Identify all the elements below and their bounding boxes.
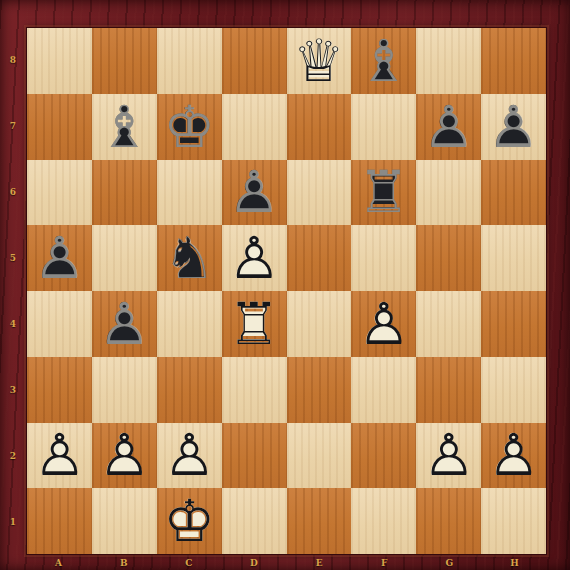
square-c8[interactable] [157, 28, 222, 94]
piece-outline-glyph: ♙ [481, 94, 546, 160]
square-d8[interactable] [222, 28, 287, 94]
square-c1[interactable]: ♚♔ [157, 488, 222, 554]
square-b5[interactable] [92, 225, 157, 291]
piece-outline-glyph: ♘ [157, 225, 222, 291]
rank-labels: 87654321 [0, 27, 26, 555]
square-f2[interactable] [351, 423, 416, 489]
piece-outline-glyph: ♙ [222, 225, 287, 291]
black-rook-piece: ♜♖ [351, 160, 416, 226]
piece-outline-glyph: ♙ [351, 291, 416, 357]
square-d5[interactable]: ♟♙ [222, 225, 287, 291]
rank-label-8: 8 [0, 27, 26, 93]
piece-fill-glyph: ♟ [157, 423, 222, 489]
square-a2[interactable]: ♟♙ [27, 423, 92, 489]
square-h1[interactable] [481, 488, 546, 554]
piece-outline-glyph: ♔ [157, 94, 222, 160]
piece-outline-glyph: ♖ [222, 291, 287, 357]
rank-label-1: 1 [0, 489, 26, 555]
square-e2[interactable] [287, 423, 352, 489]
black-knight-piece: ♞♘ [157, 225, 222, 291]
square-b3[interactable] [92, 357, 157, 423]
square-f3[interactable] [351, 357, 416, 423]
square-f7[interactable] [351, 94, 416, 160]
square-c2[interactable]: ♟♙ [157, 423, 222, 489]
square-d1[interactable] [222, 488, 287, 554]
rank-label-4: 4 [0, 291, 26, 357]
chessboard-app: ♛♕♝♗♝♗♚♔♟♙♟♙♟♙♜♖♟♙♞♘♟♙♟♙♜♖♟♙♟♙♟♙♟♙♟♙♟♙♚♔… [0, 0, 570, 570]
piece-outline-glyph: ♙ [157, 423, 222, 489]
piece-fill-glyph: ♟ [351, 291, 416, 357]
piece-outline-glyph: ♙ [92, 423, 157, 489]
square-g8[interactable] [416, 28, 481, 94]
black-bishop-piece: ♝♗ [92, 94, 157, 160]
square-e6[interactable] [287, 160, 352, 226]
piece-outline-glyph: ♙ [481, 423, 546, 489]
square-h3[interactable] [481, 357, 546, 423]
piece-outline-glyph: ♙ [416, 423, 481, 489]
white-queen-piece: ♛♕ [287, 28, 352, 94]
square-b7[interactable]: ♝♗ [92, 94, 157, 160]
square-f6[interactable]: ♜♖ [351, 160, 416, 226]
black-pawn-piece: ♟♙ [92, 291, 157, 357]
black-pawn-piece: ♟♙ [27, 225, 92, 291]
square-f4[interactable]: ♟♙ [351, 291, 416, 357]
square-c4[interactable] [157, 291, 222, 357]
piece-outline-glyph: ♗ [351, 28, 416, 94]
square-g4[interactable] [416, 291, 481, 357]
piece-outline-glyph: ♔ [157, 488, 222, 554]
piece-fill-glyph: ♟ [222, 225, 287, 291]
square-c5[interactable]: ♞♘ [157, 225, 222, 291]
piece-fill-glyph: ♜ [351, 160, 416, 226]
square-b4[interactable]: ♟♙ [92, 291, 157, 357]
black-pawn-piece: ♟♙ [222, 160, 287, 226]
square-g6[interactable] [416, 160, 481, 226]
piece-outline-glyph: ♖ [351, 160, 416, 226]
square-b1[interactable] [92, 488, 157, 554]
square-e1[interactable] [287, 488, 352, 554]
rank-label-7: 7 [0, 93, 26, 159]
piece-fill-glyph: ♟ [416, 423, 481, 489]
square-g3[interactable] [416, 357, 481, 423]
file-label-f: F [352, 555, 417, 570]
piece-fill-glyph: ♚ [157, 488, 222, 554]
rank-label-2: 2 [0, 423, 26, 489]
piece-fill-glyph: ♟ [222, 160, 287, 226]
white-pawn-piece: ♟♙ [351, 291, 416, 357]
rank-label-5: 5 [0, 225, 26, 291]
piece-fill-glyph: ♜ [222, 291, 287, 357]
black-pawn-piece: ♟♙ [416, 94, 481, 160]
square-c7[interactable]: ♚♔ [157, 94, 222, 160]
piece-fill-glyph: ♟ [92, 291, 157, 357]
square-c6[interactable] [157, 160, 222, 226]
square-g2[interactable]: ♟♙ [416, 423, 481, 489]
piece-fill-glyph: ♝ [351, 28, 416, 94]
square-h4[interactable] [481, 291, 546, 357]
white-king-piece: ♚♔ [157, 488, 222, 554]
square-h5[interactable] [481, 225, 546, 291]
square-f1[interactable] [351, 488, 416, 554]
square-b6[interactable] [92, 160, 157, 226]
square-h7[interactable]: ♟♙ [481, 94, 546, 160]
file-label-c: C [156, 555, 221, 570]
piece-outline-glyph: ♙ [27, 225, 92, 291]
square-d6[interactable]: ♟♙ [222, 160, 287, 226]
square-a5[interactable]: ♟♙ [27, 225, 92, 291]
board: ♛♕♝♗♝♗♚♔♟♙♟♙♟♙♜♖♟♙♞♘♟♙♟♙♜♖♟♙♟♙♟♙♟♙♟♙♟♙♚♔ [26, 27, 547, 555]
square-b2[interactable]: ♟♙ [92, 423, 157, 489]
square-b8[interactable] [92, 28, 157, 94]
piece-fill-glyph: ♟ [92, 423, 157, 489]
square-h2[interactable]: ♟♙ [481, 423, 546, 489]
piece-outline-glyph: ♙ [92, 291, 157, 357]
file-label-h: H [482, 555, 547, 570]
square-d7[interactable] [222, 94, 287, 160]
square-a3[interactable] [27, 357, 92, 423]
file-label-a: A [26, 555, 91, 570]
piece-outline-glyph: ♙ [27, 423, 92, 489]
piece-fill-glyph: ♟ [27, 423, 92, 489]
square-d3[interactable] [222, 357, 287, 423]
piece-fill-glyph: ♟ [481, 423, 546, 489]
file-label-d: D [221, 555, 286, 570]
piece-fill-glyph: ♟ [416, 94, 481, 160]
square-d2[interactable] [222, 423, 287, 489]
file-label-e: E [287, 555, 352, 570]
square-e5[interactable] [287, 225, 352, 291]
piece-outline-glyph: ♗ [92, 94, 157, 160]
square-a6[interactable] [27, 160, 92, 226]
white-pawn-piece: ♟♙ [481, 423, 546, 489]
piece-fill-glyph: ♚ [157, 94, 222, 160]
white-pawn-piece: ♟♙ [27, 423, 92, 489]
square-a1[interactable] [27, 488, 92, 554]
piece-fill-glyph: ♝ [92, 94, 157, 160]
square-a8[interactable] [27, 28, 92, 94]
file-label-g: G [417, 555, 482, 570]
piece-fill-glyph: ♞ [157, 225, 222, 291]
rank-label-6: 6 [0, 159, 26, 225]
square-f5[interactable] [351, 225, 416, 291]
square-e7[interactable] [287, 94, 352, 160]
square-h8[interactable] [481, 28, 546, 94]
piece-fill-glyph: ♟ [27, 225, 92, 291]
white-pawn-piece: ♟♙ [92, 423, 157, 489]
piece-outline-glyph: ♕ [287, 28, 352, 94]
white-pawn-piece: ♟♙ [222, 225, 287, 291]
white-pawn-piece: ♟♙ [157, 423, 222, 489]
square-c3[interactable] [157, 357, 222, 423]
square-g7[interactable]: ♟♙ [416, 94, 481, 160]
square-e3[interactable] [287, 357, 352, 423]
square-a7[interactable] [27, 94, 92, 160]
square-e8[interactable]: ♛♕ [287, 28, 352, 94]
piece-fill-glyph: ♟ [481, 94, 546, 160]
rank-label-3: 3 [0, 357, 26, 423]
piece-outline-glyph: ♙ [222, 160, 287, 226]
square-a4[interactable] [27, 291, 92, 357]
square-d4[interactable]: ♜♖ [222, 291, 287, 357]
square-f8[interactable]: ♝♗ [351, 28, 416, 94]
square-h6[interactable] [481, 160, 546, 226]
square-g1[interactable] [416, 488, 481, 554]
black-bishop-piece: ♝♗ [351, 28, 416, 94]
white-rook-piece: ♜♖ [222, 291, 287, 357]
piece-outline-glyph: ♙ [416, 94, 481, 160]
piece-fill-glyph: ♛ [287, 28, 352, 94]
white-pawn-piece: ♟♙ [416, 423, 481, 489]
black-king-piece: ♚♔ [157, 94, 222, 160]
black-pawn-piece: ♟♙ [481, 94, 546, 160]
file-label-b: B [91, 555, 156, 570]
square-g5[interactable] [416, 225, 481, 291]
file-labels: ABCDEFGH [26, 555, 547, 570]
square-e4[interactable] [287, 291, 352, 357]
